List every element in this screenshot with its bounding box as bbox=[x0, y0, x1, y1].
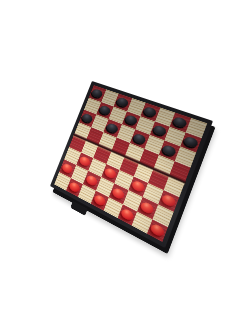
product-photo-stage bbox=[0, 0, 246, 328]
checker-black[interactable] bbox=[162, 144, 178, 157]
board-grid bbox=[54, 85, 207, 242]
checker-red[interactable] bbox=[149, 223, 165, 238]
checker-black[interactable] bbox=[183, 135, 199, 149]
checker-red[interactable] bbox=[120, 207, 135, 221]
checker-black[interactable] bbox=[152, 124, 167, 137]
checker-black[interactable] bbox=[172, 116, 188, 129]
checkers-board-case bbox=[50, 81, 213, 248]
